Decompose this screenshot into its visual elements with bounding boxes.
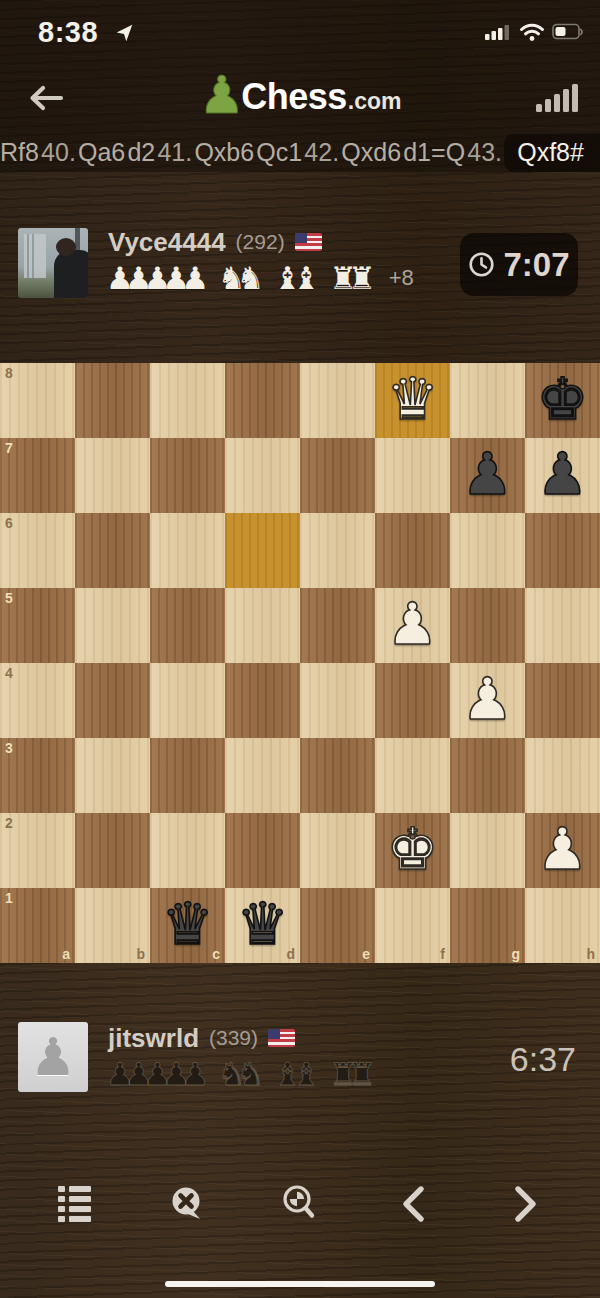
captured-rook-group: ♜♜ bbox=[329, 258, 376, 298]
home-indicator bbox=[165, 1281, 435, 1287]
square-h5[interactable] bbox=[525, 588, 600, 663]
square-g4[interactable]: ♟ bbox=[450, 663, 525, 738]
next-move-button[interactable] bbox=[494, 1178, 558, 1230]
square-b3[interactable] bbox=[75, 738, 150, 813]
square-c6[interactable] bbox=[150, 513, 225, 588]
moves-list-icon bbox=[58, 1186, 91, 1222]
square-d3[interactable] bbox=[225, 738, 300, 813]
top-player-clock: 7:07 bbox=[460, 233, 578, 296]
captured-rook-group: ♜♜ bbox=[329, 1054, 376, 1094]
square-h7[interactable]: ♟ bbox=[525, 438, 600, 513]
avatar-photo-person bbox=[54, 250, 88, 298]
move-list: Rf840.Qa6d241.Qxb6Qc142.Qxd6d1=Q43.Qxf8# bbox=[0, 133, 600, 172]
square-a4[interactable]: 4 bbox=[0, 663, 75, 738]
square-a5[interactable]: 5 bbox=[0, 588, 75, 663]
top-player-rating: (292) bbox=[236, 230, 285, 254]
square-c8[interactable] bbox=[150, 363, 225, 438]
captured-pawn-group: ♟♟♟♟♟ bbox=[106, 258, 209, 298]
rank-label-7: 7 bbox=[5, 440, 13, 456]
black-pawn-g7: ♟ bbox=[450, 438, 525, 513]
header: ♟Chess.com bbox=[0, 60, 600, 134]
rank-label-2: 2 bbox=[5, 815, 13, 831]
square-e1[interactable]: e bbox=[300, 888, 375, 963]
square-f6[interactable] bbox=[375, 513, 450, 588]
file-label-g: g bbox=[511, 946, 520, 962]
analysis-magnifier-icon bbox=[279, 1183, 321, 1225]
square-f7[interactable] bbox=[375, 438, 450, 513]
default-pawn-avatar-icon: ♟ bbox=[30, 1022, 77, 1092]
file-label-a: a bbox=[62, 946, 70, 962]
captured-bishop-group: ♝♝ bbox=[274, 1054, 321, 1094]
file-label-f: f bbox=[440, 946, 445, 962]
square-h8[interactable]: ♚ bbox=[525, 363, 600, 438]
file-label-b: b bbox=[136, 946, 145, 962]
move-token[interactable]: Rf8 bbox=[0, 138, 39, 167]
moves-list-button[interactable] bbox=[42, 1178, 106, 1230]
white-pawn-f5: ♟ bbox=[375, 588, 450, 663]
square-b7[interactable] bbox=[75, 438, 150, 513]
square-c3[interactable] bbox=[150, 738, 225, 813]
avatar-photo-building bbox=[24, 234, 46, 278]
move-token[interactable]: d1=Q bbox=[403, 138, 465, 167]
chat-disabled-button[interactable] bbox=[155, 1178, 219, 1230]
square-e2[interactable] bbox=[300, 813, 375, 888]
square-f1[interactable]: f bbox=[375, 888, 450, 963]
square-f5[interactable]: ♟ bbox=[375, 588, 450, 663]
square-f4[interactable] bbox=[375, 663, 450, 738]
rank-label-4: 4 bbox=[5, 665, 13, 681]
captured-pawn-group: ♟♟♟♟♟ bbox=[106, 1054, 209, 1094]
black-pawn-h7: ♟ bbox=[525, 438, 600, 513]
square-h3[interactable] bbox=[525, 738, 600, 813]
analysis-button[interactable] bbox=[268, 1178, 332, 1230]
square-b5[interactable] bbox=[75, 588, 150, 663]
square-d4[interactable] bbox=[225, 663, 300, 738]
chess-app-screen: 8:38 bbox=[0, 0, 600, 1298]
square-e5[interactable] bbox=[300, 588, 375, 663]
us-flag-icon bbox=[268, 1029, 295, 1047]
square-a1[interactable]: 1a bbox=[0, 888, 75, 963]
white-queen-f8: ♛ bbox=[375, 363, 450, 438]
square-f2[interactable]: ♚ bbox=[375, 813, 450, 888]
bottom-captured-pieces: ♟♟♟♟♟♞♞♝♝♜♜ bbox=[106, 1054, 385, 1094]
chesscom-logo: ♟Chess.com bbox=[0, 64, 600, 130]
square-b6[interactable] bbox=[75, 513, 150, 588]
bottom-player-rating: (339) bbox=[209, 1026, 258, 1050]
cellular-icon bbox=[484, 20, 512, 44]
top-clock-time: 7:07 bbox=[503, 246, 569, 284]
square-h4[interactable] bbox=[525, 663, 600, 738]
battery-icon bbox=[552, 20, 584, 44]
rank-label-8: 8 bbox=[5, 365, 13, 381]
square-h6[interactable] bbox=[525, 513, 600, 588]
square-g3[interactable] bbox=[450, 738, 525, 813]
square-e7[interactable] bbox=[300, 438, 375, 513]
bottom-player-clock: 6:37 bbox=[510, 1040, 576, 1079]
move-token[interactable]: 41. bbox=[157, 138, 192, 167]
square-e3[interactable] bbox=[300, 738, 375, 813]
square-f8[interactable]: ♛ bbox=[375, 363, 450, 438]
location-arrow-icon bbox=[113, 22, 135, 44]
logo-suffix: .com bbox=[348, 88, 402, 115]
square-a7[interactable]: 7 bbox=[0, 438, 75, 513]
chevron-left-icon bbox=[398, 1184, 428, 1224]
square-d1[interactable]: d♛ bbox=[225, 888, 300, 963]
move-token[interactable]: Qxb6 bbox=[194, 138, 254, 167]
rank-label-6: 6 bbox=[5, 515, 13, 531]
avatar-photo-head bbox=[56, 238, 76, 256]
wifi-icon bbox=[519, 20, 545, 44]
previous-move-button[interactable] bbox=[381, 1178, 445, 1230]
chat-disabled-icon bbox=[166, 1183, 208, 1225]
move-token[interactable]: Qa6 bbox=[78, 138, 125, 167]
white-pawn-g4: ♟ bbox=[450, 663, 525, 738]
square-c1[interactable]: c♛ bbox=[150, 888, 225, 963]
square-e4[interactable] bbox=[300, 663, 375, 738]
square-a2[interactable]: 2 bbox=[0, 813, 75, 888]
captured-bishop-group: ♝♝ bbox=[274, 258, 321, 298]
square-a6[interactable]: 6 bbox=[0, 513, 75, 588]
captured-knight-group: ♞♞ bbox=[218, 258, 265, 298]
square-c7[interactable] bbox=[150, 438, 225, 513]
avatar-top-player[interactable] bbox=[18, 228, 88, 298]
logo-text: Chess bbox=[241, 76, 347, 118]
move-token[interactable]: Qxd6 bbox=[341, 138, 401, 167]
rank-label-3: 3 bbox=[5, 740, 13, 756]
avatar-bottom-player[interactable]: ♟ bbox=[18, 1022, 88, 1092]
square-g8[interactable] bbox=[450, 363, 525, 438]
white-king-f2: ♚ bbox=[375, 813, 450, 888]
file-label-e: e bbox=[362, 946, 370, 962]
rank-label-1: 1 bbox=[5, 890, 13, 906]
bottom-toolbar bbox=[0, 1176, 600, 1232]
square-b4[interactable] bbox=[75, 663, 150, 738]
square-d7[interactable] bbox=[225, 438, 300, 513]
clock-icon bbox=[468, 251, 495, 278]
square-e6[interactable] bbox=[300, 513, 375, 588]
square-g1[interactable]: g bbox=[450, 888, 525, 963]
square-b2[interactable] bbox=[75, 813, 150, 888]
square-g6[interactable] bbox=[450, 513, 525, 588]
logo-pawn-icon: ♟ bbox=[199, 69, 246, 121]
square-h2[interactable]: ♟ bbox=[525, 813, 600, 888]
move-token[interactable]: Qc1 bbox=[256, 138, 302, 167]
square-f3[interactable] bbox=[375, 738, 450, 813]
top-captured-pieces: ♟♟♟♟♟♞♞♝♝♜♜+8 bbox=[106, 258, 414, 298]
square-d6[interactable] bbox=[225, 513, 300, 588]
square-g5[interactable] bbox=[450, 588, 525, 663]
square-d5[interactable] bbox=[225, 588, 300, 663]
square-a8[interactable]: 8 bbox=[0, 363, 75, 438]
move-token-current[interactable]: Qxf8# bbox=[504, 134, 600, 172]
move-token[interactable]: 43. bbox=[467, 138, 502, 167]
bottom-player-name[interactable]: jitswrld bbox=[108, 1023, 199, 1054]
rank-label-5: 5 bbox=[5, 590, 13, 606]
white-pawn-h2: ♟ bbox=[525, 813, 600, 888]
square-a3[interactable]: 3 bbox=[0, 738, 75, 813]
square-g7[interactable]: ♟ bbox=[450, 438, 525, 513]
square-d8[interactable] bbox=[225, 363, 300, 438]
top-player-name[interactable]: Vyce4444 bbox=[108, 227, 226, 258]
square-b8[interactable] bbox=[75, 363, 150, 438]
chess-board: 8♛♚7♟♟65♟4♟32♚♟1abc♛d♛efgh bbox=[0, 363, 600, 963]
file-label-h: h bbox=[586, 946, 595, 962]
chevron-right-icon bbox=[511, 1184, 541, 1224]
square-g2[interactable] bbox=[450, 813, 525, 888]
captured-knight-group: ♞♞ bbox=[218, 1054, 265, 1094]
square-b1[interactable]: b bbox=[75, 888, 150, 963]
material-score: +8 bbox=[389, 265, 414, 291]
square-c5[interactable] bbox=[150, 588, 225, 663]
square-d2[interactable] bbox=[225, 813, 300, 888]
black-king-h8: ♚ bbox=[525, 363, 600, 438]
status-time: 8:38 bbox=[38, 16, 98, 49]
move-token[interactable]: 42. bbox=[304, 138, 339, 167]
square-c4[interactable] bbox=[150, 663, 225, 738]
move-token[interactable]: d2 bbox=[127, 138, 155, 167]
square-e8[interactable] bbox=[300, 363, 375, 438]
connection-strength-icon bbox=[536, 84, 578, 112]
file-label-d: d bbox=[286, 946, 295, 962]
us-flag-icon bbox=[295, 233, 322, 251]
square-h1[interactable]: h bbox=[525, 888, 600, 963]
status-bar: 8:38 bbox=[0, 0, 600, 60]
file-label-c: c bbox=[212, 946, 220, 962]
square-c2[interactable] bbox=[150, 813, 225, 888]
move-token[interactable]: 40. bbox=[41, 138, 76, 167]
